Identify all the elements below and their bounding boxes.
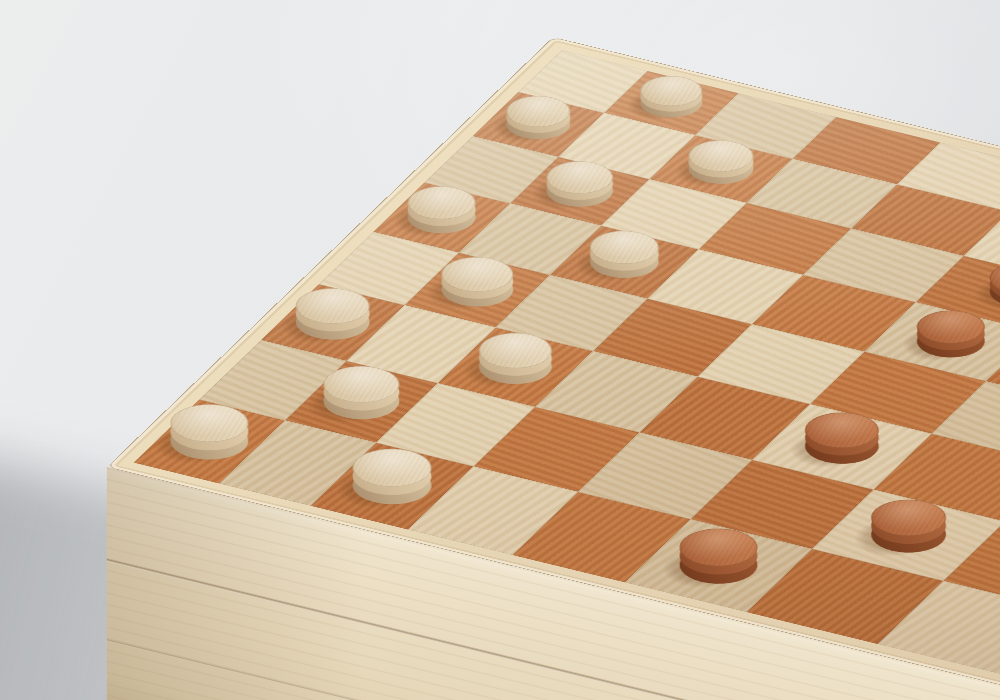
light-piece[interactable] xyxy=(395,195,487,240)
product-photo-background xyxy=(0,0,1000,700)
scene xyxy=(0,0,1000,700)
dark-piece[interactable] xyxy=(978,270,1000,313)
checkers-board-box xyxy=(107,37,1000,692)
